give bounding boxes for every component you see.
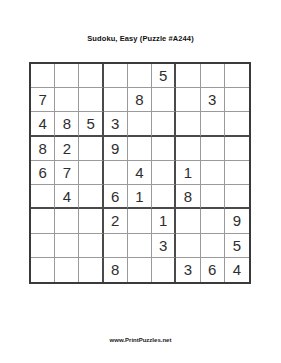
cell-r4c7[interactable] (176, 137, 200, 161)
given-digit: 1 (184, 165, 192, 180)
cell-r3c4: 3 (104, 112, 128, 136)
cell-r2c1: 7 (31, 88, 55, 112)
cell-r6c7: 8 (176, 185, 200, 209)
cell-r5c1: 6 (31, 161, 55, 185)
cell-r4c1: 8 (31, 137, 55, 161)
given-digit: 6 (38, 165, 46, 180)
given-digit: 3 (184, 262, 192, 277)
given-digit: 3 (111, 116, 119, 131)
cell-r3c5[interactable] (128, 112, 152, 136)
cell-r9c8: 6 (201, 258, 225, 282)
cell-r1c4[interactable] (104, 64, 128, 88)
cell-r5c2: 7 (55, 161, 79, 185)
cell-r6c6[interactable] (152, 185, 176, 209)
given-digit: 8 (184, 189, 192, 204)
cell-r9c1[interactable] (31, 258, 55, 282)
given-digit: 6 (208, 262, 216, 277)
cell-r2c6[interactable] (152, 88, 176, 112)
sudoku-grid: 5783485382967414618219358364 (29, 62, 251, 284)
given-digit: 8 (63, 116, 71, 131)
cell-r8c7[interactable] (176, 234, 200, 258)
given-digit: 9 (111, 141, 119, 156)
cell-r3c6[interactable] (152, 112, 176, 136)
cell-r3c2: 8 (55, 112, 79, 136)
given-digit: 2 (111, 213, 119, 228)
given-digit: 7 (38, 92, 46, 107)
cell-r6c4: 6 (104, 185, 128, 209)
given-digit: 7 (63, 165, 71, 180)
cell-r3c9[interactable] (225, 112, 249, 136)
cell-r9c5[interactable] (128, 258, 152, 282)
cell-r2c5: 8 (128, 88, 152, 112)
cell-r4c8[interactable] (201, 137, 225, 161)
cell-r5c5: 4 (128, 161, 152, 185)
cell-r8c8[interactable] (201, 234, 225, 258)
cell-r7c4: 2 (104, 209, 128, 233)
cell-r8c3[interactable] (79, 234, 103, 258)
given-digit: 1 (135, 189, 143, 204)
cell-r2c7[interactable] (176, 88, 200, 112)
cell-r7c7[interactable] (176, 209, 200, 233)
cell-r2c9[interactable] (225, 88, 249, 112)
cell-r5c6[interactable] (152, 161, 176, 185)
puzzle-page: Sudoku, Easy (Puzzle #A244) 578348538296… (0, 0, 281, 363)
cell-r1c7[interactable] (176, 64, 200, 88)
given-digit: 3 (208, 92, 216, 107)
cell-r5c7: 1 (176, 161, 200, 185)
cell-r2c2[interactable] (55, 88, 79, 112)
cell-r9c3[interactable] (79, 258, 103, 282)
cell-r6c9[interactable] (225, 185, 249, 209)
cell-r7c1[interactable] (31, 209, 55, 233)
cell-r1c1[interactable] (31, 64, 55, 88)
cell-r4c2: 2 (55, 137, 79, 161)
given-digit: 4 (38, 116, 46, 131)
cell-r2c8: 3 (201, 88, 225, 112)
cell-r1c8[interactable] (201, 64, 225, 88)
cell-r4c3[interactable] (79, 137, 103, 161)
cell-r7c3[interactable] (79, 209, 103, 233)
cell-r6c8[interactable] (201, 185, 225, 209)
cell-r6c2: 4 (55, 185, 79, 209)
given-digit: 8 (135, 92, 143, 107)
cell-r7c9: 9 (225, 209, 249, 233)
cell-r1c2[interactable] (55, 64, 79, 88)
cell-r5c9[interactable] (225, 161, 249, 185)
given-digit: 6 (111, 189, 119, 204)
cell-r8c9: 5 (225, 234, 249, 258)
cell-r8c4[interactable] (104, 234, 128, 258)
given-digit: 5 (159, 68, 167, 83)
given-digit: 4 (233, 262, 241, 277)
cell-r7c6: 1 (152, 209, 176, 233)
given-digit: 4 (135, 165, 143, 180)
cell-r6c1[interactable] (31, 185, 55, 209)
given-digit: 9 (233, 213, 241, 228)
cell-r3c3: 5 (79, 112, 103, 136)
cell-r3c8[interactable] (201, 112, 225, 136)
cell-r9c4: 8 (104, 258, 128, 282)
cell-r6c3[interactable] (79, 185, 103, 209)
cell-r8c5[interactable] (128, 234, 152, 258)
given-digit: 5 (86, 116, 94, 131)
given-digit: 4 (63, 189, 71, 204)
cell-r5c8[interactable] (201, 161, 225, 185)
given-digit: 2 (63, 141, 71, 156)
cell-r6c5: 1 (128, 185, 152, 209)
given-digit: 3 (159, 238, 167, 253)
cell-r8c1[interactable] (31, 234, 55, 258)
cell-r4c4: 9 (104, 137, 128, 161)
given-digit: 5 (233, 238, 241, 253)
cell-r3c7[interactable] (176, 112, 200, 136)
cell-r4c9[interactable] (225, 137, 249, 161)
cell-r1c9[interactable] (225, 64, 249, 88)
cell-r4c6[interactable] (152, 137, 176, 161)
cell-r9c2[interactable] (55, 258, 79, 282)
cell-r8c6: 3 (152, 234, 176, 258)
given-digit: 8 (111, 262, 119, 277)
cell-r7c8[interactable] (201, 209, 225, 233)
cell-r1c6: 5 (152, 64, 176, 88)
cell-r1c3[interactable] (79, 64, 103, 88)
cell-r5c4[interactable] (104, 161, 128, 185)
given-digit: 8 (38, 141, 46, 156)
cell-r3c1: 4 (31, 112, 55, 136)
cell-r8c2[interactable] (55, 234, 79, 258)
puzzle-title: Sudoku, Easy (Puzzle #A244) (0, 34, 281, 43)
cell-r1c5[interactable] (128, 64, 152, 88)
cell-r4c5[interactable] (128, 137, 152, 161)
cell-r2c4[interactable] (104, 88, 128, 112)
footer-url: www.PrintPuzzles.net (0, 337, 281, 343)
cell-r9c9: 4 (225, 258, 249, 282)
cell-r5c3[interactable] (79, 161, 103, 185)
given-digit: 1 (159, 213, 167, 228)
cell-r2c3[interactable] (79, 88, 103, 112)
cell-r7c2[interactable] (55, 209, 79, 233)
cell-r7c5[interactable] (128, 209, 152, 233)
cell-r9c7: 3 (176, 258, 200, 282)
cell-r9c6[interactable] (152, 258, 176, 282)
